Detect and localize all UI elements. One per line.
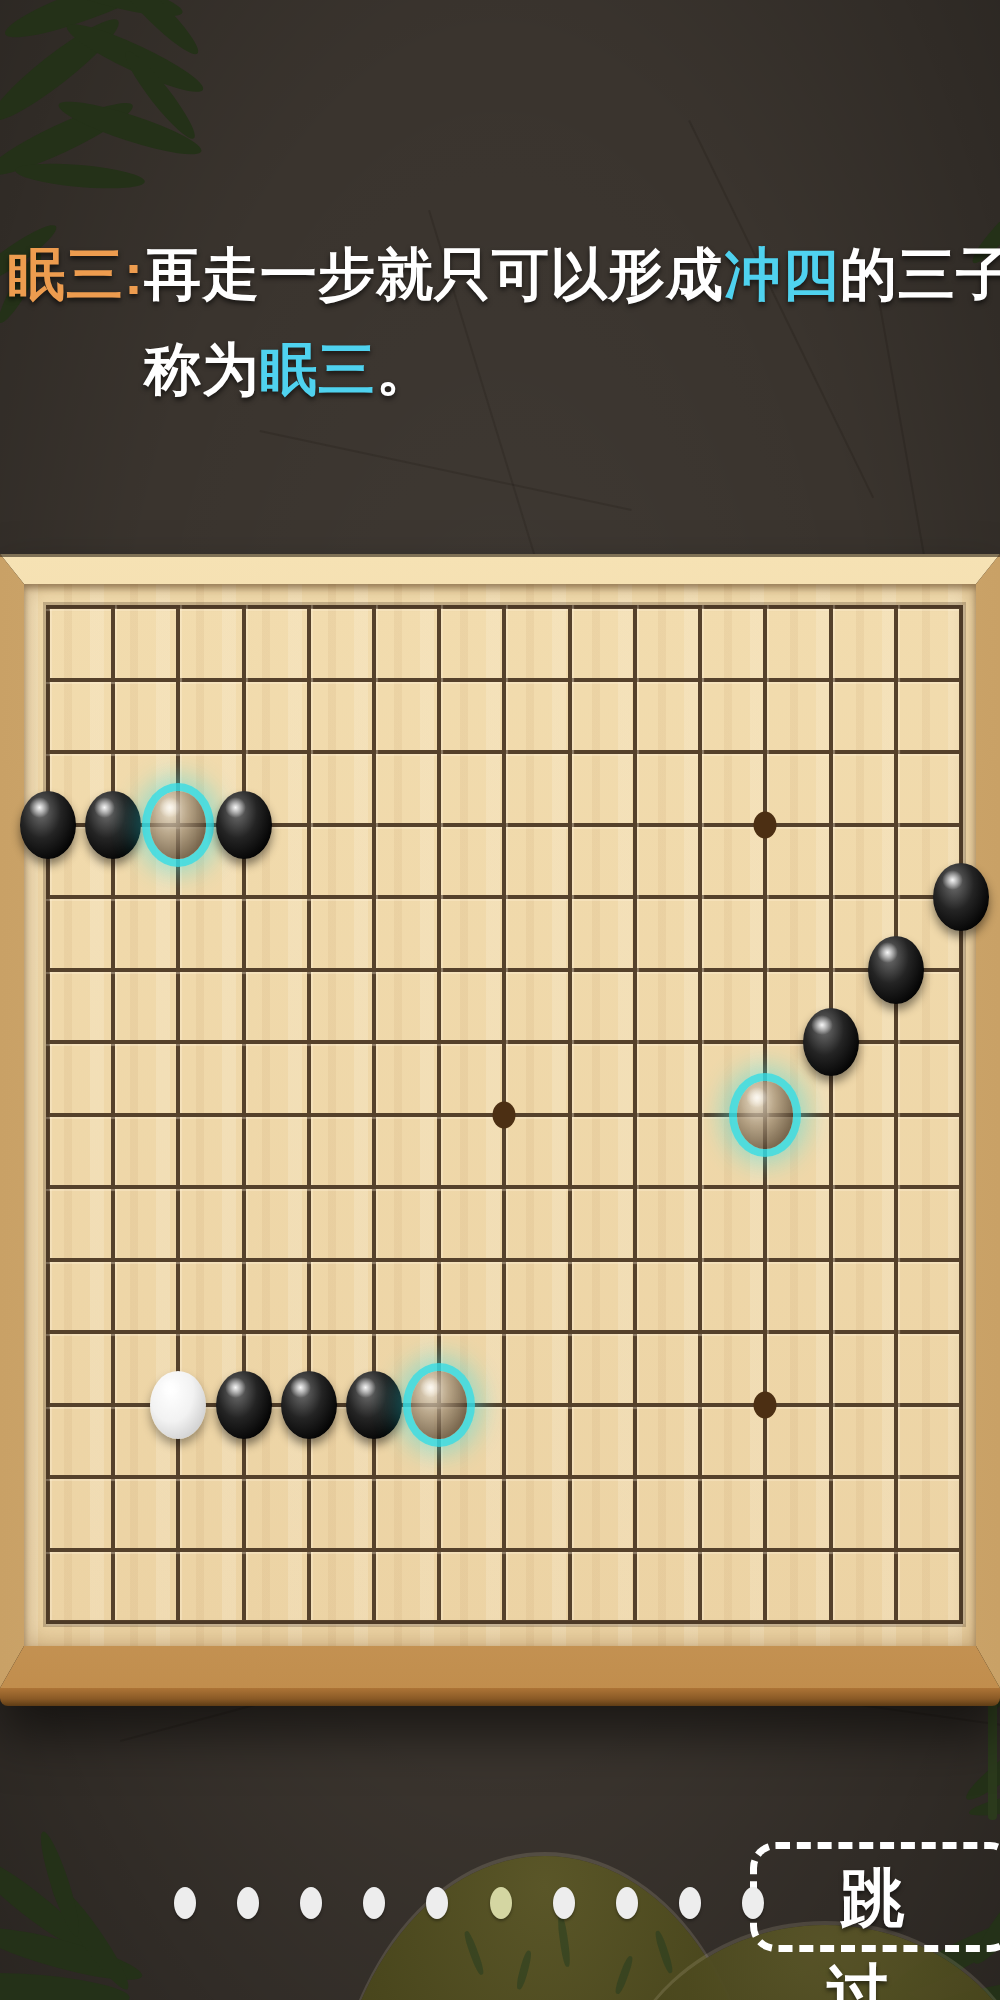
grid-line-vertical bbox=[959, 605, 963, 1624]
tutorial-text-segment: 眠三: bbox=[8, 242, 144, 306]
tutorial-text-segment: 的三子， bbox=[840, 242, 1000, 306]
grid-line-horizontal bbox=[46, 1330, 963, 1334]
skip-button[interactable]: 跳过 bbox=[750, 1842, 1000, 1952]
page-dot bbox=[742, 1887, 764, 1919]
board-frame-front-face bbox=[0, 1688, 1000, 1706]
page-dot bbox=[553, 1887, 575, 1919]
black-stone bbox=[933, 863, 989, 931]
bamboo-leaf bbox=[14, 159, 145, 192]
gomoku-tutorial-screen: 眠三:再走一步就只可以形成冲四的三子， 称为眠三。 跳过 bbox=[0, 0, 1000, 2000]
page-dot bbox=[616, 1887, 638, 1919]
board-frame-top-edge bbox=[0, 554, 1000, 557]
suggested-move-stone[interactable] bbox=[737, 1081, 793, 1149]
grid-line-vertical bbox=[568, 605, 572, 1624]
page-dot bbox=[174, 1887, 196, 1919]
grid-line-horizontal bbox=[46, 1475, 963, 1479]
star-point bbox=[754, 811, 777, 838]
grid-line-horizontal bbox=[46, 1185, 963, 1189]
black-stone bbox=[216, 791, 272, 859]
black-stone bbox=[281, 1371, 337, 1439]
page-dot bbox=[300, 1887, 322, 1919]
grid-line-vertical bbox=[829, 605, 833, 1624]
star-point bbox=[754, 1391, 777, 1418]
white-stone bbox=[150, 1371, 206, 1439]
tutorial-line-1: 眠三:再走一步就只可以形成冲四的三子， bbox=[8, 246, 1000, 303]
tutorial-line-2: 称为眠三。 bbox=[144, 341, 1000, 398]
grid-line-horizontal bbox=[46, 1620, 963, 1624]
page-dot-active bbox=[490, 1887, 512, 1919]
suggested-move-stone[interactable] bbox=[150, 791, 206, 859]
board-surface[interactable] bbox=[24, 584, 976, 1646]
tutorial-text-segment: 。 bbox=[376, 337, 434, 401]
grid-line-vertical bbox=[633, 605, 637, 1624]
black-stone bbox=[216, 1371, 272, 1439]
grid-line-vertical bbox=[698, 605, 702, 1624]
grid-line-vertical bbox=[894, 605, 898, 1624]
tutorial-text-segment: 冲四 bbox=[724, 242, 840, 306]
tutorial-text-block: 眠三:再走一步就只可以形成冲四的三子， 称为眠三。 bbox=[8, 246, 1000, 398]
tutorial-text-segment: 眠三 bbox=[260, 337, 376, 401]
tutorial-text-segment: 称为 bbox=[144, 337, 260, 401]
page-dot bbox=[363, 1887, 385, 1919]
gomoku-board[interactable] bbox=[0, 554, 1000, 1706]
page-dot bbox=[679, 1887, 701, 1919]
black-stone bbox=[868, 936, 924, 1004]
grid-line-horizontal bbox=[46, 1548, 963, 1552]
tutorial-text-segment: 再走一步就只可以形成 bbox=[144, 242, 724, 306]
grid-line-horizontal bbox=[46, 1258, 963, 1262]
page-dot bbox=[237, 1887, 259, 1919]
skip-button-label: 跳过 bbox=[826, 1862, 954, 2000]
wall-crack-line bbox=[260, 430, 632, 511]
black-stone bbox=[346, 1371, 402, 1439]
black-stone bbox=[20, 791, 76, 859]
suggested-move-stone[interactable] bbox=[411, 1371, 467, 1439]
star-point bbox=[493, 1101, 516, 1128]
black-stone bbox=[85, 791, 141, 859]
black-stone bbox=[803, 1008, 859, 1076]
